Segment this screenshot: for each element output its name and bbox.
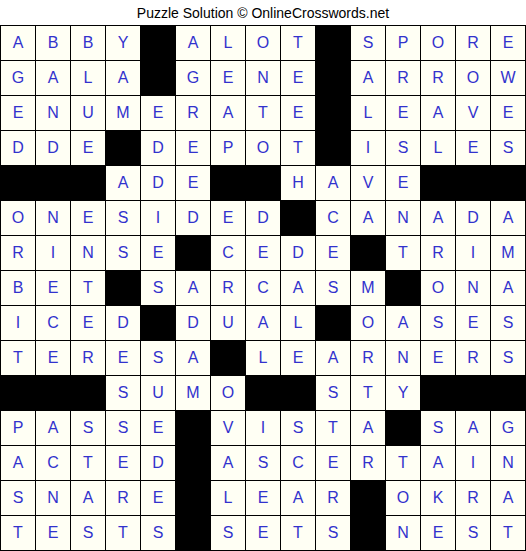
letter-cell[interactable]: L <box>421 131 455 165</box>
letter-cell[interactable]: Y <box>106 26 140 60</box>
letter-cell[interactable]: S <box>1 481 35 515</box>
letter-cell[interactable]: L <box>71 61 105 95</box>
letter-cell[interactable]: E <box>176 166 210 200</box>
letter-cell[interactable]: E <box>106 341 140 375</box>
letter-cell[interactable]: D <box>141 166 175 200</box>
letter-cell[interactable]: E <box>491 96 525 130</box>
letter-cell[interactable]: N <box>386 341 420 375</box>
letter-cell[interactable]: N <box>36 481 70 515</box>
letter-cell[interactable]: A <box>421 96 455 130</box>
black-cell <box>281 376 315 410</box>
letter-cell[interactable]: O <box>246 131 280 165</box>
letter-cell[interactable]: E <box>36 341 70 375</box>
letter-cell[interactable]: T <box>281 131 315 165</box>
letter-cell[interactable]: V <box>211 411 245 445</box>
letter-cell[interactable]: T <box>71 446 105 480</box>
black-cell <box>176 481 210 515</box>
letter-cell[interactable]: O <box>386 481 420 515</box>
letter-cell[interactable]: T <box>1 516 35 550</box>
letter-cell[interactable]: A <box>106 61 140 95</box>
letter-cell[interactable]: I <box>141 201 175 235</box>
black-cell <box>1 166 35 200</box>
letter-cell[interactable]: D <box>246 201 280 235</box>
letter-cell[interactable]: E <box>281 96 315 130</box>
letter-cell[interactable]: E <box>36 271 70 305</box>
letter-cell[interactable]: N <box>386 516 420 550</box>
letter-cell[interactable]: A <box>281 481 315 515</box>
letter-cell[interactable]: D <box>1 131 35 165</box>
letter-cell[interactable]: R <box>71 341 105 375</box>
black-cell <box>316 26 350 60</box>
letter-cell[interactable]: T <box>491 516 525 550</box>
letter-cell[interactable]: T <box>351 376 385 410</box>
letter-cell[interactable]: D <box>141 446 175 480</box>
black-cell <box>491 376 525 410</box>
letter-cell[interactable]: E <box>211 201 245 235</box>
letter-cell[interactable]: S <box>141 271 175 305</box>
letter-cell[interactable]: A <box>176 271 210 305</box>
letter-cell[interactable]: D <box>36 131 70 165</box>
black-cell <box>386 411 420 445</box>
letter-cell[interactable]: N <box>71 236 105 270</box>
letter-cell[interactable]: R <box>456 26 490 60</box>
letter-cell[interactable]: N <box>386 201 420 235</box>
letter-cell[interactable]: G <box>176 61 210 95</box>
letter-cell[interactable]: S <box>71 516 105 550</box>
black-cell <box>351 516 385 550</box>
letter-cell[interactable]: A <box>1 446 35 480</box>
letter-cell[interactable]: M <box>351 271 385 305</box>
letter-cell[interactable]: A <box>246 306 280 340</box>
letter-cell[interactable]: U <box>71 96 105 130</box>
letter-cell[interactable]: A <box>71 481 105 515</box>
letter-cell[interactable]: C <box>211 236 245 270</box>
black-cell <box>316 96 350 130</box>
black-cell <box>36 166 70 200</box>
black-cell <box>141 26 175 60</box>
black-cell <box>141 61 175 95</box>
letter-cell[interactable]: B <box>1 271 35 305</box>
letter-cell[interactable]: I <box>456 446 490 480</box>
letter-cell[interactable]: R <box>421 61 455 95</box>
letter-cell[interactable]: I <box>351 131 385 165</box>
letter-cell[interactable]: A <box>1 26 35 60</box>
letter-cell[interactable]: C <box>281 446 315 480</box>
letter-cell[interactable]: T <box>316 411 350 445</box>
letter-cell[interactable]: Y <box>386 376 420 410</box>
letter-cell[interactable]: O <box>421 271 455 305</box>
black-cell <box>71 166 105 200</box>
letter-cell[interactable]: A <box>36 61 70 95</box>
letter-cell[interactable]: S <box>491 341 525 375</box>
letter-cell[interactable]: S <box>421 306 455 340</box>
black-cell <box>176 236 210 270</box>
letter-cell[interactable]: E <box>456 131 490 165</box>
black-cell <box>106 271 140 305</box>
letter-cell[interactable]: R <box>456 341 490 375</box>
letter-cell[interactable]: A <box>386 306 420 340</box>
letter-cell[interactable]: G <box>1 61 35 95</box>
letter-cell[interactable]: A <box>211 446 245 480</box>
letter-cell[interactable]: S <box>141 341 175 375</box>
black-cell <box>176 411 210 445</box>
letter-cell[interactable]: G <box>491 411 525 445</box>
letter-cell[interactable]: M <box>176 376 210 410</box>
letter-cell[interactable]: I <box>246 411 280 445</box>
letter-cell[interactable]: L <box>281 306 315 340</box>
letter-cell[interactable]: B <box>36 26 70 60</box>
letter-cell[interactable]: A <box>491 481 525 515</box>
letter-cell[interactable]: E <box>141 96 175 130</box>
letter-cell[interactable]: L <box>246 341 280 375</box>
letter-cell[interactable]: E <box>386 166 420 200</box>
letter-cell[interactable]: L <box>351 96 385 130</box>
letter-cell[interactable]: S <box>316 516 350 550</box>
black-cell <box>421 376 455 410</box>
letter-cell[interactable]: U <box>141 376 175 410</box>
letter-cell[interactable]: A <box>351 201 385 235</box>
letter-cell[interactable]: D <box>176 306 210 340</box>
letter-cell[interactable]: M <box>106 96 140 130</box>
letter-cell[interactable]: E <box>421 341 455 375</box>
black-cell <box>316 306 350 340</box>
letter-cell[interactable]: R <box>456 481 490 515</box>
letter-cell[interactable]: T <box>246 96 280 130</box>
letter-cell[interactable]: S <box>106 411 140 445</box>
letter-cell[interactable]: S <box>71 411 105 445</box>
letter-cell[interactable]: T <box>386 236 420 270</box>
page-title: Puzzle Solution © OnlineCrosswords.net <box>0 0 526 25</box>
letter-cell[interactable]: E <box>36 516 70 550</box>
letter-cell[interactable]: E <box>491 26 525 60</box>
letter-cell[interactable]: T <box>71 271 105 305</box>
letter-cell[interactable]: A <box>421 201 455 235</box>
letter-cell[interactable]: A <box>491 271 525 305</box>
letter-cell[interactable]: N <box>246 61 280 95</box>
letter-cell[interactable]: O <box>211 376 245 410</box>
black-cell <box>71 376 105 410</box>
letter-cell[interactable]: E <box>71 201 105 235</box>
letter-cell[interactable]: P <box>1 411 35 445</box>
letter-cell[interactable]: D <box>141 131 175 165</box>
black-cell <box>36 376 70 410</box>
letter-cell[interactable]: E <box>456 306 490 340</box>
black-cell <box>386 271 420 305</box>
letter-cell[interactable]: O <box>456 61 490 95</box>
letter-cell[interactable]: S <box>316 376 350 410</box>
letter-cell[interactable]: H <box>281 166 315 200</box>
letter-cell[interactable]: E <box>281 341 315 375</box>
letter-cell[interactable]: T <box>106 516 140 550</box>
black-cell <box>211 166 245 200</box>
letter-cell[interactable]: S <box>211 516 245 550</box>
letter-cell[interactable]: R <box>421 236 455 270</box>
black-cell <box>351 481 385 515</box>
letter-cell[interactable]: R <box>1 236 35 270</box>
letter-cell[interactable]: R <box>316 481 350 515</box>
letter-cell[interactable]: R <box>351 446 385 480</box>
letter-cell[interactable]: A <box>316 166 350 200</box>
letter-cell[interactable]: S <box>456 516 490 550</box>
letter-cell[interactable]: E <box>421 516 455 550</box>
letter-cell[interactable]: E <box>106 446 140 480</box>
letter-cell[interactable]: O <box>351 306 385 340</box>
letter-cell[interactable]: E <box>1 96 35 130</box>
letter-cell[interactable]: E <box>316 446 350 480</box>
letter-cell[interactable]: E <box>246 516 280 550</box>
letter-cell[interactable]: S <box>491 131 525 165</box>
letter-cell[interactable]: S <box>106 201 140 235</box>
letter-cell[interactable]: I <box>36 236 70 270</box>
black-cell <box>211 341 245 375</box>
letter-cell[interactable]: A <box>176 26 210 60</box>
letter-cell[interactable]: T <box>281 516 315 550</box>
letter-cell[interactable]: A <box>211 96 245 130</box>
letter-cell[interactable]: E <box>71 131 105 165</box>
letter-cell[interactable]: M <box>491 236 525 270</box>
letter-cell[interactable]: E <box>246 481 280 515</box>
letter-cell[interactable]: R <box>211 271 245 305</box>
puzzle-solution-page: Puzzle Solution © OnlineCrosswords.net A… <box>0 0 526 551</box>
letter-cell[interactable]: A <box>351 411 385 445</box>
black-cell <box>351 236 385 270</box>
letter-cell[interactable]: S <box>351 26 385 60</box>
letter-cell[interactable]: E <box>246 236 280 270</box>
black-cell <box>281 201 315 235</box>
black-cell <box>141 306 175 340</box>
letter-cell[interactable]: E <box>141 481 175 515</box>
black-cell <box>246 376 280 410</box>
letter-cell[interactable]: E <box>281 61 315 95</box>
letter-cell[interactable]: O <box>246 26 280 60</box>
letter-cell[interactable]: A <box>281 271 315 305</box>
letter-cell[interactable]: R <box>106 481 140 515</box>
letter-cell[interactable]: N <box>456 271 490 305</box>
letter-cell[interactable]: N <box>36 201 70 235</box>
letter-cell[interactable]: E <box>386 96 420 130</box>
black-cell <box>491 166 525 200</box>
black-cell <box>176 446 210 480</box>
crossword-grid: ABBYALOTSPOREGALAGENEARROWENUMERATELEAVE… <box>0 25 526 551</box>
black-cell <box>246 166 280 200</box>
letter-cell[interactable]: K <box>421 481 455 515</box>
letter-cell[interactable]: N <box>36 96 70 130</box>
letter-cell[interactable]: V <box>456 96 490 130</box>
letter-cell[interactable]: A <box>491 201 525 235</box>
letter-cell[interactable]: S <box>316 271 350 305</box>
letter-cell[interactable]: E <box>211 61 245 95</box>
letter-cell[interactable]: E <box>141 411 175 445</box>
black-cell <box>1 376 35 410</box>
letter-cell[interactable]: S <box>491 306 525 340</box>
letter-cell[interactable]: E <box>141 236 175 270</box>
letter-cell[interactable]: L <box>211 481 245 515</box>
letter-cell[interactable]: C <box>316 201 350 235</box>
letter-cell[interactable]: I <box>1 306 35 340</box>
letter-cell[interactable]: S <box>386 131 420 165</box>
letter-cell[interactable]: D <box>176 201 210 235</box>
black-cell <box>421 166 455 200</box>
letter-cell[interactable]: O <box>1 201 35 235</box>
letter-cell[interactable]: O <box>421 26 455 60</box>
letter-cell[interactable]: I <box>456 236 490 270</box>
letter-cell[interactable]: E <box>71 306 105 340</box>
letter-cell[interactable]: P <box>211 131 245 165</box>
letter-cell[interactable]: S <box>421 411 455 445</box>
letter-cell[interactable]: T <box>1 341 35 375</box>
letter-cell[interactable]: B <box>71 26 105 60</box>
letter-cell[interactable]: T <box>281 26 315 60</box>
black-cell <box>316 131 350 165</box>
letter-cell[interactable]: A <box>456 411 490 445</box>
letter-cell[interactable]: U <box>211 306 245 340</box>
letter-cell[interactable]: E <box>176 131 210 165</box>
black-cell <box>456 166 490 200</box>
letter-cell[interactable]: L <box>211 26 245 60</box>
black-cell <box>106 131 140 165</box>
letter-cell[interactable]: S <box>281 411 315 445</box>
letter-cell[interactable]: P <box>386 26 420 60</box>
letter-cell[interactable]: A <box>36 411 70 445</box>
letter-cell[interactable]: D <box>106 306 140 340</box>
letter-cell[interactable]: R <box>386 61 420 95</box>
letter-cell[interactable]: A <box>316 341 350 375</box>
letter-cell[interactable]: D <box>281 236 315 270</box>
letter-cell[interactable]: S <box>246 446 280 480</box>
black-cell <box>176 516 210 550</box>
letter-cell[interactable]: D <box>456 201 490 235</box>
letter-cell[interactable]: T <box>386 446 420 480</box>
letter-cell[interactable]: V <box>351 166 385 200</box>
letter-cell[interactable]: A <box>351 61 385 95</box>
letter-cell[interactable]: A <box>421 446 455 480</box>
letter-cell[interactable]: A <box>176 341 210 375</box>
letter-cell[interactable]: C <box>36 446 70 480</box>
letter-cell[interactable]: N <box>491 446 525 480</box>
letter-cell[interactable]: R <box>176 96 210 130</box>
letter-cell[interactable]: S <box>106 376 140 410</box>
letter-cell[interactable]: W <box>491 61 525 95</box>
black-cell <box>316 61 350 95</box>
letter-cell[interactable]: S <box>106 236 140 270</box>
letter-cell[interactable]: S <box>141 516 175 550</box>
letter-cell[interactable]: A <box>106 166 140 200</box>
letter-cell[interactable]: E <box>316 236 350 270</box>
letter-cell[interactable]: C <box>36 306 70 340</box>
letter-cell[interactable]: C <box>246 271 280 305</box>
black-cell <box>456 376 490 410</box>
letter-cell[interactable]: R <box>351 341 385 375</box>
